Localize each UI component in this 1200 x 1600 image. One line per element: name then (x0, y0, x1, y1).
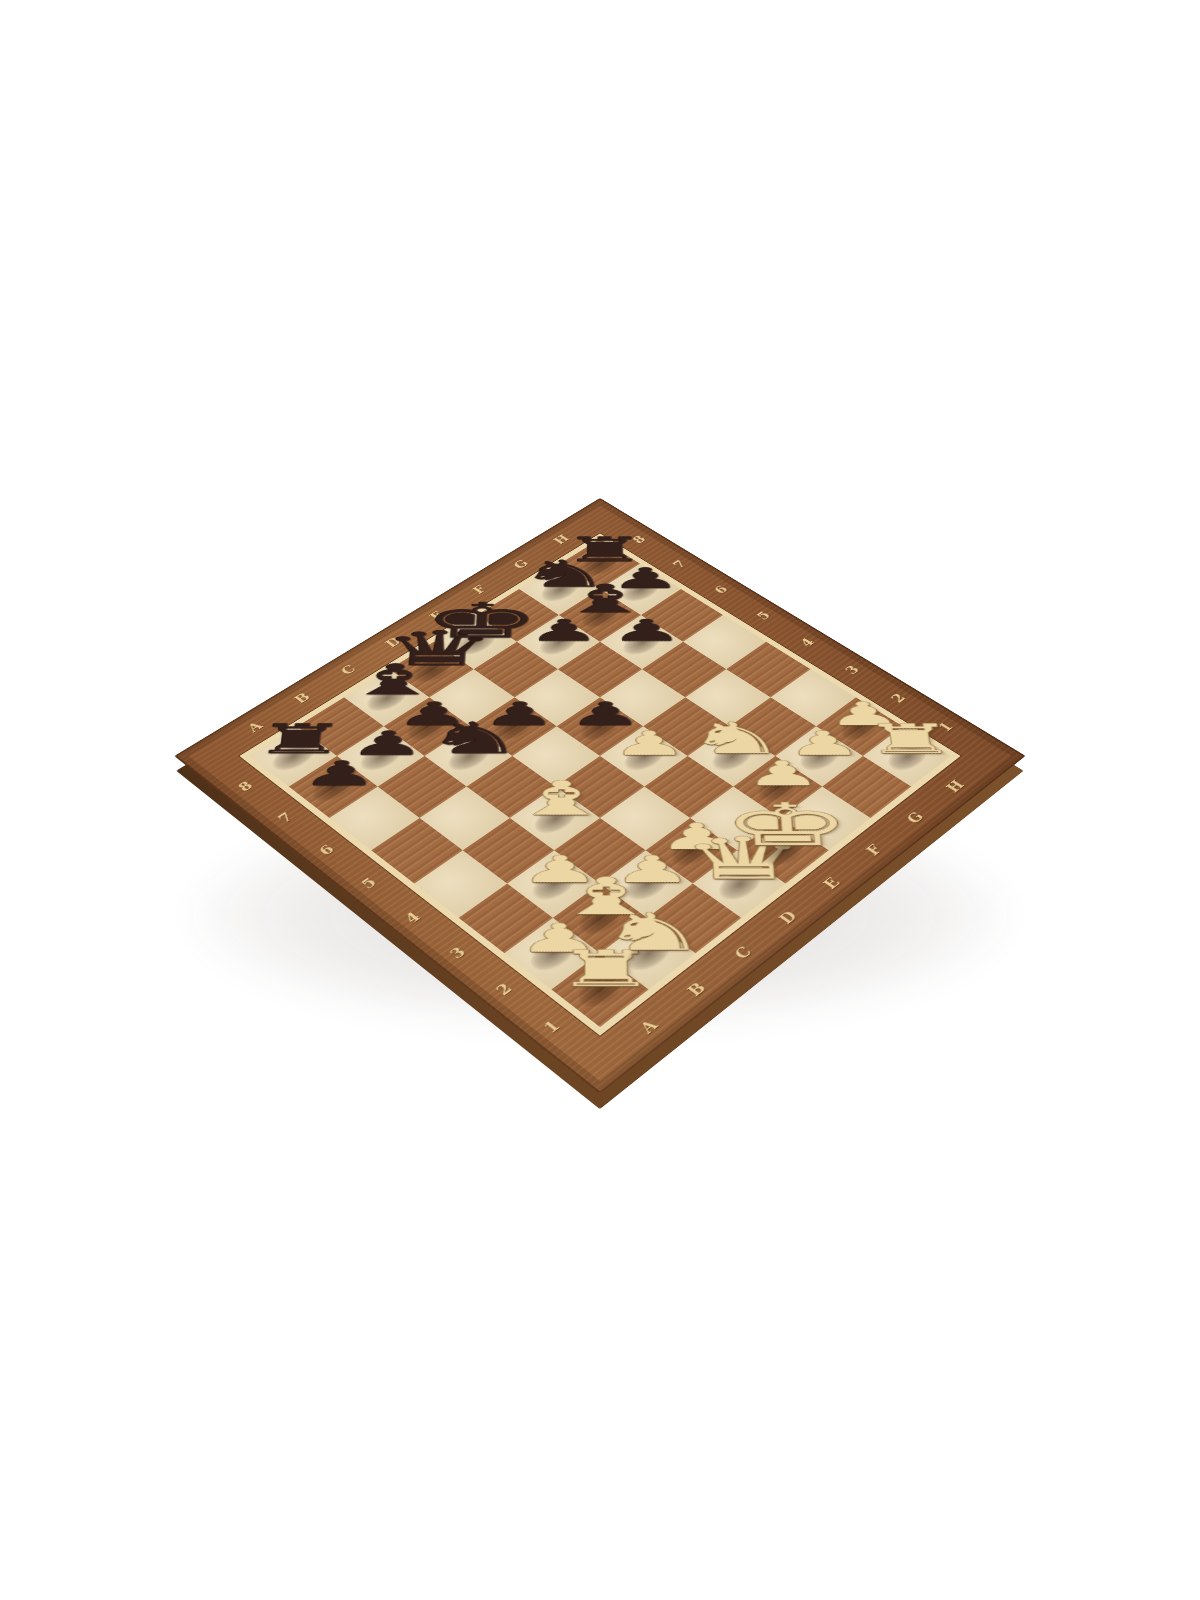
rank-label-left-5: 5 (346, 867, 391, 900)
rank-label-left-7: 7 (263, 802, 307, 833)
white-rook-h1: ♜ (829, 719, 994, 760)
file-label-bottom-H: H (933, 771, 976, 801)
rank-label-left-1: 1 (528, 1008, 576, 1045)
black-pawn-g6: ♟ (571, 616, 723, 646)
chess-board-frame: AABBCCDDEEFFGGHH8877665544332211 ♜♝♛♚♞♜♟… (174, 498, 1025, 1094)
pieces-layer: ♜♝♛♚♞♜♟♟♟♟♝♟♞♟♟♟♝♟♟♞♟♝♟♟♟♟♟♜♞♛♚♜ (174, 498, 600, 756)
product-photo-page: AABBCCDDEEFFGGHH8877665544332211 ♜♝♛♚♞♜♟… (0, 0, 1200, 1600)
rank-label-right-4: 4 (787, 629, 827, 655)
file-label-bottom-A: A (625, 1008, 673, 1045)
black-pawn-h7: ♟ (572, 564, 720, 592)
file-label-bottom-D: D (765, 901, 811, 935)
white-bishop-c4: ♝ (478, 775, 643, 822)
file-label-bottom-G: G (893, 802, 937, 833)
rank-label-right-5: 5 (744, 603, 784, 629)
chessboard-photo: AABBCCDDEEFFGGHH8877665544332211 ♜♝♛♚♞♜♟… (299, 455, 901, 1057)
white-knight-b1: ♞ (567, 906, 742, 958)
rank-label-left-4: 4 (390, 901, 436, 935)
board-3d: AABBCCDDEEFFGGHH8877665544332211 ♜♝♛♚♞♜♟… (174, 498, 1025, 1094)
rank-label-left-6: 6 (304, 834, 348, 866)
white-king-e1: ♚ (703, 796, 873, 855)
